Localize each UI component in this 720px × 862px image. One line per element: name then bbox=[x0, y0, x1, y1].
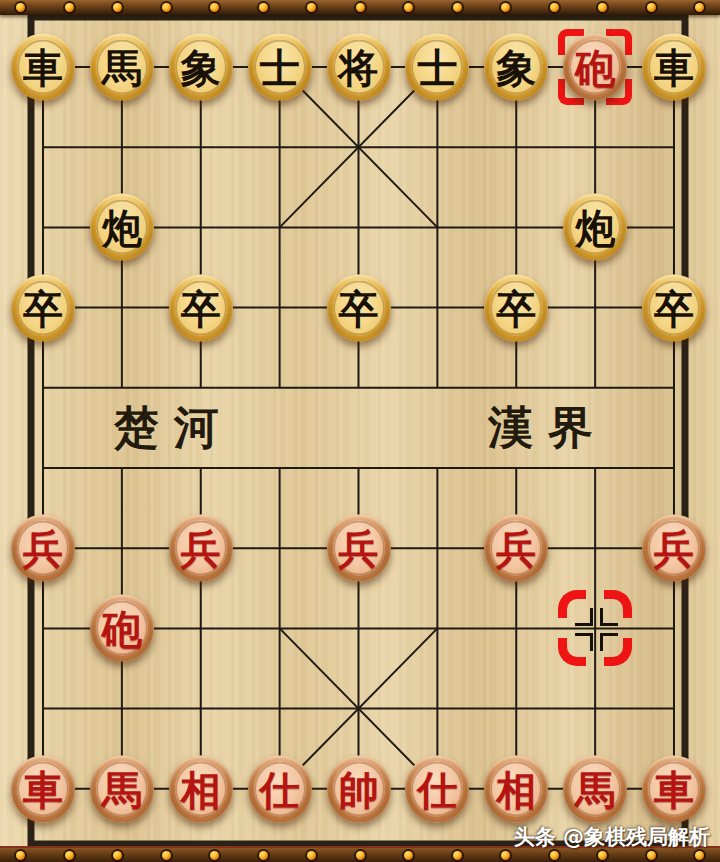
piece-face: 車 bbox=[648, 761, 700, 816]
piece-face: 車 bbox=[17, 40, 69, 95]
piece-character: 仕 bbox=[260, 769, 300, 809]
piece-face: 馬 bbox=[569, 761, 621, 816]
piece-red-horse[interactable]: 馬 bbox=[563, 755, 627, 822]
piece-face: 卒 bbox=[17, 280, 69, 335]
top-frame-bar bbox=[0, 0, 720, 15]
piece-character: 車 bbox=[654, 769, 694, 809]
piece-black-advisor[interactable]: 士 bbox=[405, 34, 469, 101]
stud-icon bbox=[550, 3, 559, 12]
piece-black-soldier[interactable]: 卒 bbox=[642, 274, 706, 341]
piece-red-general[interactable]: 帥 bbox=[327, 755, 391, 822]
piece-character: 卒 bbox=[181, 288, 221, 328]
piece-black-cannon[interactable]: 炮 bbox=[90, 194, 154, 261]
stud-icon bbox=[162, 3, 171, 12]
crosshair-icon bbox=[600, 608, 618, 626]
piece-character: 兵 bbox=[496, 529, 536, 569]
piece-character: 馬 bbox=[102, 48, 142, 88]
stud-icon bbox=[307, 851, 316, 860]
stud-icon bbox=[453, 3, 462, 12]
piece-face: 車 bbox=[648, 40, 700, 95]
piece-face: 士 bbox=[411, 40, 463, 95]
piece-character: 砲 bbox=[575, 48, 615, 88]
piece-face: 卒 bbox=[490, 280, 542, 335]
stud-icon bbox=[210, 851, 219, 860]
stud-icon bbox=[113, 851, 122, 860]
piece-red-soldier[interactable]: 兵 bbox=[642, 515, 706, 582]
piece-character: 車 bbox=[23, 48, 63, 88]
piece-red-soldier[interactable]: 兵 bbox=[484, 515, 548, 582]
piece-character: 相 bbox=[181, 769, 221, 809]
crosshair-icon bbox=[575, 633, 593, 651]
piece-character: 卒 bbox=[496, 288, 536, 328]
crosshair-icon bbox=[575, 608, 593, 626]
piece-face: 砲 bbox=[96, 601, 148, 656]
stud-icon bbox=[65, 851, 74, 860]
move-origin-marker bbox=[558, 590, 632, 666]
piece-black-soldier[interactable]: 卒 bbox=[169, 274, 233, 341]
river-label-chu-he: 楚河 bbox=[114, 398, 234, 458]
piece-red-advisor[interactable]: 仕 bbox=[405, 755, 469, 822]
stud-icon bbox=[550, 851, 559, 860]
watermark: 头条 @象棋残局解析 bbox=[514, 823, 710, 851]
piece-character: 士 bbox=[260, 48, 300, 88]
piece-character: 馬 bbox=[575, 769, 615, 809]
stud-icon bbox=[16, 851, 25, 860]
piece-face: 帥 bbox=[333, 761, 385, 816]
stud-icon bbox=[695, 3, 704, 12]
piece-character: 砲 bbox=[102, 609, 142, 649]
piece-face: 相 bbox=[175, 761, 227, 816]
piece-red-soldier[interactable]: 兵 bbox=[169, 515, 233, 582]
piece-face: 相 bbox=[490, 761, 542, 816]
piece-black-advisor[interactable]: 士 bbox=[248, 34, 312, 101]
stud-icon bbox=[356, 3, 365, 12]
piece-face: 兵 bbox=[17, 521, 69, 576]
piece-character: 卒 bbox=[654, 288, 694, 328]
piece-character: 仕 bbox=[417, 769, 457, 809]
piece-red-elephant[interactable]: 相 bbox=[484, 755, 548, 822]
stud-icon bbox=[647, 3, 656, 12]
piece-face: 馬 bbox=[96, 761, 148, 816]
piece-black-soldier[interactable]: 卒 bbox=[11, 274, 75, 341]
stud-icon bbox=[356, 851, 365, 860]
piece-red-cannon[interactable]: 砲 bbox=[563, 34, 627, 101]
piece-face: 象 bbox=[175, 40, 227, 95]
piece-face: 象 bbox=[490, 40, 542, 95]
piece-character: 兵 bbox=[181, 529, 221, 569]
piece-face: 卒 bbox=[175, 280, 227, 335]
piece-character: 車 bbox=[654, 48, 694, 88]
piece-red-rook[interactable]: 車 bbox=[642, 755, 706, 822]
piece-character: 象 bbox=[496, 48, 536, 88]
piece-black-rook[interactable]: 車 bbox=[642, 34, 706, 101]
piece-face: 兵 bbox=[333, 521, 385, 576]
piece-character: 馬 bbox=[102, 769, 142, 809]
piece-face: 卒 bbox=[333, 280, 385, 335]
stud-icon bbox=[404, 851, 413, 860]
piece-red-elephant[interactable]: 相 bbox=[169, 755, 233, 822]
board-grid bbox=[0, 0, 720, 862]
piece-face: 士 bbox=[254, 40, 306, 95]
stud-icon bbox=[259, 3, 268, 12]
stud-icon bbox=[65, 3, 74, 12]
piece-face: 卒 bbox=[648, 280, 700, 335]
piece-red-advisor[interactable]: 仕 bbox=[248, 755, 312, 822]
piece-character: 象 bbox=[181, 48, 221, 88]
piece-red-rook[interactable]: 車 bbox=[11, 755, 75, 822]
crosshair-icon bbox=[600, 633, 618, 651]
piece-red-horse[interactable]: 馬 bbox=[90, 755, 154, 822]
piece-red-soldier[interactable]: 兵 bbox=[11, 515, 75, 582]
stud-icon bbox=[501, 3, 510, 12]
piece-black-elephant[interactable]: 象 bbox=[169, 34, 233, 101]
river-label-han-jie: 漢界 bbox=[488, 398, 608, 458]
stud-icon bbox=[307, 3, 316, 12]
piece-red-cannon[interactable]: 砲 bbox=[90, 595, 154, 662]
piece-face: 車 bbox=[17, 761, 69, 816]
piece-face: 仕 bbox=[411, 761, 463, 816]
piece-character: 炮 bbox=[575, 208, 615, 248]
piece-face: 砲 bbox=[569, 40, 621, 95]
piece-character: 兵 bbox=[23, 529, 63, 569]
stud-icon bbox=[259, 851, 268, 860]
stud-icon bbox=[598, 851, 607, 860]
piece-character: 卒 bbox=[339, 288, 379, 328]
xiangqi-app: 楚河 漢界 車馬象士将士象砲車炮炮卒卒卒卒卒兵兵兵兵兵砲車馬相仕帥仕相馬車 头条… bbox=[0, 0, 720, 862]
piece-black-rook[interactable]: 車 bbox=[11, 34, 75, 101]
piece-character: 車 bbox=[23, 769, 63, 809]
piece-face: 兵 bbox=[648, 521, 700, 576]
stud-icon bbox=[695, 851, 704, 860]
stud-icon bbox=[404, 3, 413, 12]
piece-black-soldier[interactable]: 卒 bbox=[484, 274, 548, 341]
piece-red-soldier[interactable]: 兵 bbox=[327, 515, 391, 582]
piece-character: 兵 bbox=[654, 529, 694, 569]
piece-face: 炮 bbox=[96, 200, 148, 255]
piece-black-elephant[interactable]: 象 bbox=[484, 34, 548, 101]
piece-face: 将 bbox=[333, 40, 385, 95]
piece-face: 兵 bbox=[175, 521, 227, 576]
piece-character: 士 bbox=[417, 48, 457, 88]
piece-face: 馬 bbox=[96, 40, 148, 95]
stud-icon bbox=[16, 3, 25, 12]
piece-face: 兵 bbox=[490, 521, 542, 576]
piece-character: 帥 bbox=[339, 769, 379, 809]
piece-character: 卒 bbox=[23, 288, 63, 328]
piece-face: 炮 bbox=[569, 200, 621, 255]
piece-black-general[interactable]: 将 bbox=[327, 34, 391, 101]
piece-black-cannon[interactable]: 炮 bbox=[563, 194, 627, 261]
piece-character: 将 bbox=[339, 48, 379, 88]
stud-icon bbox=[501, 851, 510, 860]
piece-face: 仕 bbox=[254, 761, 306, 816]
stud-icon bbox=[453, 851, 462, 860]
stud-icon bbox=[210, 3, 219, 12]
stud-icon bbox=[113, 3, 122, 12]
stud-icon bbox=[647, 851, 656, 860]
stud-icon bbox=[162, 851, 171, 860]
piece-character: 兵 bbox=[339, 529, 379, 569]
piece-black-soldier[interactable]: 卒 bbox=[327, 274, 391, 341]
piece-character: 相 bbox=[496, 769, 536, 809]
piece-character: 炮 bbox=[102, 208, 142, 248]
stud-icon bbox=[598, 3, 607, 12]
piece-black-horse[interactable]: 馬 bbox=[90, 34, 154, 101]
